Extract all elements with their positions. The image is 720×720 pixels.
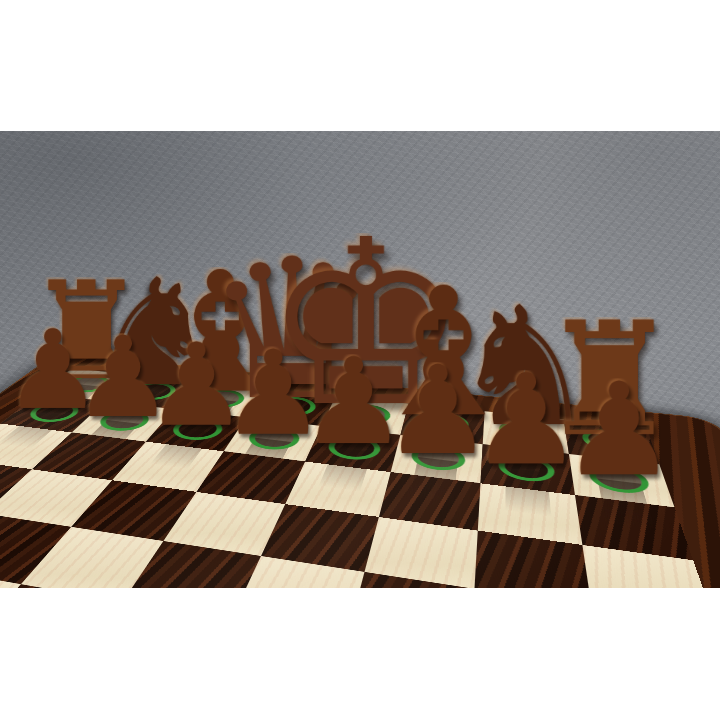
product-photo-canvas: ♜♞♝♛♚♝♞♜♟♟♟♟♟♟♟♟ xyxy=(0,0,720,720)
square-b4 xyxy=(0,513,71,584)
square-g5 xyxy=(474,531,591,588)
chess-board-frame: ♜♞♝♛♚♝♞♜♟♟♟♟♟♟♟♟ xyxy=(0,353,720,588)
square-h5 xyxy=(582,545,716,588)
square-f5 xyxy=(364,517,477,588)
gray-slate-backdrop: ♜♞♝♛♚♝♞♜♟♟♟♟♟♟♟♟ xyxy=(0,131,720,588)
piece-rosewood-pawn-h7: ♟ xyxy=(561,378,676,481)
chess-board-grid: ♜♞♝♛♚♝♞♜♟♟♟♟♟♟♟♟ xyxy=(0,368,720,588)
